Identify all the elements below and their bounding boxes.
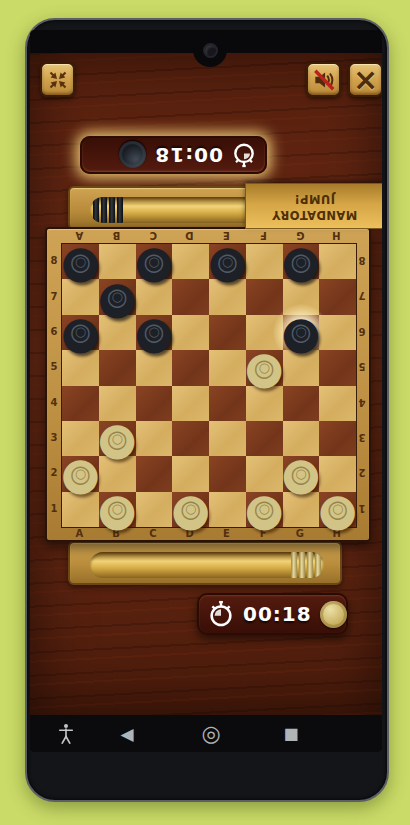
board-grid: ●○○●○○●○○●○○●○○●○○●○○●○○●○○●○○●○○●○○●○○●… [61, 243, 357, 528]
square-e5[interactable] [209, 350, 246, 385]
black-man-b7[interactable]: ●○○ [99, 279, 136, 314]
square-b5[interactable] [99, 350, 136, 385]
white-piece-icon [320, 601, 347, 628]
white-man-f1[interactable]: ●○○ [246, 492, 283, 527]
square-g4[interactable] [283, 386, 320, 421]
rank-label: 7 [355, 278, 369, 313]
rank-label: 2 [355, 455, 369, 490]
captured-white-piece [299, 552, 305, 578]
rank-labels-left: 87654321 [47, 243, 61, 526]
captured-black-piece [93, 197, 99, 223]
square-f3[interactable] [246, 421, 283, 456]
rank-label: 8 [355, 243, 369, 278]
square-d6[interactable] [172, 315, 209, 350]
square-b1[interactable]: ●○○ [99, 492, 136, 527]
file-label: B [98, 229, 135, 243]
checkers-board: ABCDEFGH ABCDEFGH 87654321 87654321 ●○○●… [45, 227, 371, 542]
square-h5[interactable] [319, 350, 356, 385]
black-player-timer-panel: 00:18 [80, 136, 267, 174]
square-b3[interactable]: ●○○ [99, 421, 136, 456]
white-man-h1[interactable]: ●○○ [319, 492, 356, 527]
square-h3[interactable] [319, 421, 356, 456]
collapse-arrows-icon [46, 68, 70, 92]
square-g2[interactable]: ●○○ [283, 456, 320, 491]
square-e1[interactable] [209, 492, 246, 527]
square-b7[interactable]: ●○○ [99, 279, 136, 314]
square-d1[interactable]: ●○○ [172, 492, 209, 527]
square-c4[interactable] [136, 386, 173, 421]
white-man-f5[interactable]: ●○○ [246, 350, 283, 385]
rank-label: 1 [47, 491, 61, 526]
rank-label: 4 [355, 385, 369, 420]
rank-label: 5 [47, 349, 61, 384]
white-timer-value: 00:18 [243, 602, 312, 626]
white-man-a2[interactable]: ●○○ [62, 456, 99, 491]
square-c2[interactable] [136, 456, 173, 491]
white-man-b1[interactable]: ●○○ [99, 492, 136, 527]
square-a8[interactable]: ●○○ [62, 244, 99, 279]
square-f8[interactable] [246, 244, 283, 279]
white-man-g2[interactable]: ●○○ [283, 456, 320, 491]
black-man-c8[interactable]: ●○○ [136, 244, 173, 279]
front-camera-notch [193, 33, 227, 67]
white-man-d1[interactable]: ●○○ [172, 492, 209, 527]
square-f1[interactable]: ●○○ [246, 492, 283, 527]
stopwatch-icon [207, 600, 235, 628]
square-c8[interactable]: ●○○ [136, 244, 173, 279]
file-label: A [61, 526, 98, 540]
file-label: F [245, 229, 282, 243]
black-man-a8[interactable]: ●○○ [62, 244, 99, 279]
square-a6[interactable]: ●○○ [62, 315, 99, 350]
file-label: E [208, 526, 245, 540]
rank-labels-right: 87654321 [355, 243, 369, 526]
square-d5[interactable] [172, 350, 209, 385]
back-icon[interactable]: ◀ [115, 715, 139, 752]
black-man-e8[interactable]: ●○○ [209, 244, 246, 279]
square-h1[interactable]: ●○○ [319, 492, 356, 527]
square-d7[interactable] [172, 279, 209, 314]
square-c6[interactable]: ●○○ [136, 315, 173, 350]
phone-frame: × 00:18 MANDATORY JUMP! [25, 18, 389, 802]
square-e6[interactable] [209, 315, 246, 350]
black-man-g6[interactable]: ●○○ [283, 315, 320, 350]
mute-sound-button[interactable] [306, 62, 341, 97]
square-g6[interactable]: ●○○ [283, 315, 320, 350]
accessibility-icon[interactable] [54, 715, 78, 752]
rank-label: 3 [355, 420, 369, 455]
home-icon[interactable]: ◎ [199, 715, 223, 752]
black-man-g8[interactable]: ●○○ [283, 244, 320, 279]
square-e8[interactable]: ●○○ [209, 244, 246, 279]
camera-lens-icon [203, 43, 218, 58]
file-label: G [282, 526, 319, 540]
captured-white-piece [307, 552, 313, 578]
rank-label: 4 [47, 385, 61, 420]
speaker-muted-icon [311, 67, 337, 93]
rank-label: 7 [47, 278, 61, 313]
rank-label: 8 [47, 243, 61, 278]
banner-line-1: MANDATORY [272, 206, 357, 222]
square-d3[interactable] [172, 421, 209, 456]
file-label: D [171, 229, 208, 243]
white-captured-tray [68, 541, 342, 585]
square-c1[interactable] [136, 492, 173, 527]
file-label: C [135, 526, 172, 540]
black-timer-value: 00:18 [154, 143, 223, 167]
square-d8[interactable] [172, 244, 209, 279]
square-e2[interactable] [209, 456, 246, 491]
rank-label: 2 [47, 455, 61, 490]
captured-black-piece [117, 197, 123, 223]
square-f5[interactable]: ●○○ [246, 350, 283, 385]
square-a2[interactable]: ●○○ [62, 456, 99, 491]
close-button[interactable]: × [348, 62, 382, 97]
rank-label: 5 [355, 349, 369, 384]
square-e4[interactable] [209, 386, 246, 421]
fullscreen-button[interactable] [40, 62, 75, 97]
rank-label: 6 [47, 314, 61, 349]
captured-white-piece [291, 552, 297, 578]
phone-screen: × 00:18 MANDATORY JUMP! [30, 30, 382, 752]
white-player-timer-panel: 00:18 [197, 593, 348, 635]
square-h6[interactable] [319, 315, 356, 350]
square-a4[interactable] [62, 386, 99, 421]
close-icon: × [353, 65, 378, 95]
square-f7[interactable] [246, 279, 283, 314]
square-h8[interactable] [319, 244, 356, 279]
file-label: H [318, 229, 355, 243]
rank-label: 3 [47, 420, 61, 455]
square-d4[interactable] [172, 386, 209, 421]
captured-black-piece [109, 197, 115, 223]
recents-icon[interactable]: ■ [279, 715, 303, 752]
square-g8[interactable]: ●○○ [283, 244, 320, 279]
white-man-b3[interactable]: ●○○ [99, 421, 136, 456]
captured-white-piece [315, 552, 321, 578]
square-e3[interactable] [209, 421, 246, 456]
stopwatch-icon [231, 142, 257, 168]
banner-line-2: JUMP! [294, 190, 335, 206]
black-man-c6[interactable]: ●○○ [136, 315, 173, 350]
square-c3[interactable] [136, 421, 173, 456]
mandatory-jump-banner: MANDATORY JUMP! [245, 183, 382, 229]
android-nav-bar: ◀ ◎ ■ [30, 715, 382, 752]
black-piece-icon [119, 142, 146, 169]
square-h4[interactable] [319, 386, 356, 421]
square-h7[interactable] [319, 279, 356, 314]
captured-black-piece [101, 197, 107, 223]
rank-label: 6 [355, 314, 369, 349]
white-captured-pieces [90, 552, 324, 578]
black-man-a6[interactable]: ●○○ [62, 315, 99, 350]
